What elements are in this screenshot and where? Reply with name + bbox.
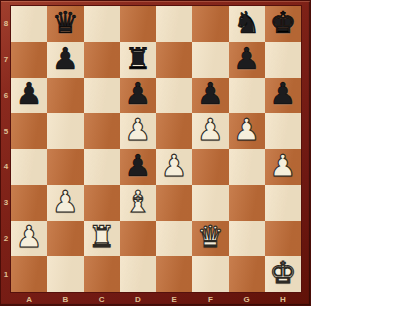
file-label-b: B <box>47 292 83 306</box>
chess-square-e7[interactable] <box>156 42 192 78</box>
chess-square-b5[interactable] <box>47 113 83 149</box>
chess-square-b3[interactable]: ♟ <box>47 185 83 221</box>
chess-square-e1[interactable] <box>156 256 192 292</box>
chess-square-d3[interactable]: ♝ <box>120 185 156 221</box>
chess-square-h4[interactable]: ♟ <box>265 149 301 185</box>
chess-square-f5[interactable]: ♟ <box>192 113 228 149</box>
chess-square-b1[interactable] <box>47 256 83 292</box>
chess-square-e6[interactable] <box>156 78 192 114</box>
chess-square-a5[interactable] <box>11 113 47 149</box>
rank-label-1: 1 <box>1 256 11 292</box>
chess-square-d7[interactable]: ♜ <box>120 42 156 78</box>
black-rook[interactable]: ♜ <box>124 44 151 74</box>
chess-square-b8[interactable]: ♛ <box>47 6 83 42</box>
chess-square-c2[interactable]: ♜ <box>84 221 120 257</box>
chess-square-b4[interactable] <box>47 149 83 185</box>
file-label-a: A <box>11 292 47 306</box>
white-pawn[interactable]: ♟ <box>124 115 151 145</box>
chess-square-c8[interactable] <box>84 6 120 42</box>
chess-square-a6[interactable]: ♟ <box>11 78 47 114</box>
chess-square-a4[interactable] <box>11 149 47 185</box>
chess-square-f6[interactable]: ♟ <box>192 78 228 114</box>
file-label-c: C <box>84 292 120 306</box>
chess-square-c6[interactable] <box>84 78 120 114</box>
chess-square-f8[interactable] <box>192 6 228 42</box>
chess-square-a2[interactable]: ♟ <box>11 221 47 257</box>
chess-square-b6[interactable] <box>47 78 83 114</box>
rank-label-3: 3 <box>1 185 11 221</box>
chess-square-h3[interactable] <box>265 185 301 221</box>
black-pawn[interactable]: ♟ <box>233 44 260 74</box>
chess-square-d4[interactable]: ♟ <box>120 149 156 185</box>
chess-square-c7[interactable] <box>84 42 120 78</box>
black-pawn[interactable]: ♟ <box>16 79 43 109</box>
black-queen[interactable]: ♛ <box>52 8 79 38</box>
file-label-e: E <box>156 292 192 306</box>
rank-labels: 87654321 <box>1 6 11 292</box>
chess-square-b7[interactable]: ♟ <box>47 42 83 78</box>
chess-square-c3[interactable] <box>84 185 120 221</box>
chess-square-c1[interactable] <box>84 256 120 292</box>
chess-square-e3[interactable] <box>156 185 192 221</box>
chess-square-e2[interactable] <box>156 221 192 257</box>
chess-square-d5[interactable]: ♟ <box>120 113 156 149</box>
chess-square-d2[interactable] <box>120 221 156 257</box>
white-pawn[interactable]: ♟ <box>52 187 79 217</box>
chess-square-b2[interactable] <box>47 221 83 257</box>
chess-square-g1[interactable] <box>229 256 265 292</box>
chess-square-d6[interactable]: ♟ <box>120 78 156 114</box>
chess-square-f2[interactable]: ♛ <box>192 221 228 257</box>
chess-square-h8[interactable]: ♚ <box>265 6 301 42</box>
white-pawn[interactable]: ♟ <box>197 115 224 145</box>
chess-square-g5[interactable]: ♟ <box>229 113 265 149</box>
file-label-f: F <box>192 292 228 306</box>
black-pawn[interactable]: ♟ <box>124 151 151 181</box>
chess-square-g6[interactable] <box>229 78 265 114</box>
white-pawn[interactable]: ♟ <box>233 115 260 145</box>
chess-square-f4[interactable] <box>192 149 228 185</box>
chess-square-e4[interactable]: ♟ <box>156 149 192 185</box>
black-pawn[interactable]: ♟ <box>52 44 79 74</box>
white-king[interactable]: ♚ <box>269 258 296 288</box>
chess-square-e5[interactable] <box>156 113 192 149</box>
file-label-g: G <box>229 292 265 306</box>
chess-square-c5[interactable] <box>84 113 120 149</box>
black-pawn[interactable]: ♟ <box>197 79 224 109</box>
chess-square-f7[interactable] <box>192 42 228 78</box>
board-frame: 87654321 ♛♞♚♟♜♟♟♟♟♟♟♟♟♟♟♟♟♝♟♜♛♚ ABCDEFGH <box>0 0 311 306</box>
chess-square-c4[interactable] <box>84 149 120 185</box>
chess-square-h7[interactable] <box>265 42 301 78</box>
chess-board: ♛♞♚♟♜♟♟♟♟♟♟♟♟♟♟♟♟♝♟♜♛♚ <box>11 6 301 292</box>
black-pawn[interactable]: ♟ <box>269 79 296 109</box>
rank-label-4: 4 <box>1 149 11 185</box>
chess-square-g2[interactable] <box>229 221 265 257</box>
white-pawn[interactable]: ♟ <box>161 151 188 181</box>
chess-square-a3[interactable] <box>11 185 47 221</box>
white-queen[interactable]: ♛ <box>197 222 224 252</box>
chess-square-h5[interactable] <box>265 113 301 149</box>
chess-square-d8[interactable] <box>120 6 156 42</box>
chess-square-g7[interactable]: ♟ <box>229 42 265 78</box>
chess-square-g4[interactable] <box>229 149 265 185</box>
file-labels: ABCDEFGH <box>11 292 301 306</box>
chess-square-h6[interactable]: ♟ <box>265 78 301 114</box>
chess-square-h1[interactable]: ♚ <box>265 256 301 292</box>
rank-label-8: 8 <box>1 6 11 42</box>
chess-square-f1[interactable] <box>192 256 228 292</box>
rank-label-5: 5 <box>1 113 11 149</box>
rank-label-7: 7 <box>1 42 11 78</box>
chess-square-g3[interactable] <box>229 185 265 221</box>
rank-label-6: 6 <box>1 78 11 114</box>
white-bishop[interactable]: ♝ <box>124 187 151 217</box>
rank-label-2: 2 <box>1 221 11 257</box>
chess-square-a1[interactable] <box>11 256 47 292</box>
file-label-h: H <box>265 292 301 306</box>
file-label-d: D <box>120 292 156 306</box>
chess-square-a8[interactable] <box>11 6 47 42</box>
chess-square-a7[interactable] <box>11 42 47 78</box>
chess-square-g8[interactable]: ♞ <box>229 6 265 42</box>
chess-square-e8[interactable] <box>156 6 192 42</box>
chess-square-h2[interactable] <box>265 221 301 257</box>
chess-square-f3[interactable] <box>192 185 228 221</box>
black-king[interactable]: ♚ <box>269 8 296 38</box>
white-pawn[interactable]: ♟ <box>269 151 296 181</box>
white-rook[interactable]: ♜ <box>88 222 115 252</box>
white-pawn[interactable]: ♟ <box>16 222 43 252</box>
black-knight[interactable]: ♞ <box>233 8 260 38</box>
chess-square-d1[interactable] <box>120 256 156 292</box>
black-pawn[interactable]: ♟ <box>124 79 151 109</box>
